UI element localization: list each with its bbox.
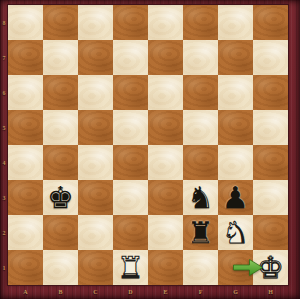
rank-label-7: 7 [0,40,8,75]
square-g6[interactable] [218,75,253,110]
rank-label-8: 8 [0,5,8,40]
square-e3[interactable] [148,180,183,215]
square-f1[interactable] [183,250,218,285]
square-b6[interactable] [43,75,78,110]
square-c3[interactable] [78,180,113,215]
square-c6[interactable] [78,75,113,110]
file-label-c: C [78,285,113,299]
square-e2[interactable] [148,215,183,250]
square-c8[interactable] [78,5,113,40]
square-d4[interactable] [113,145,148,180]
square-g2[interactable]: ♞ [218,215,253,250]
black-knight[interactable]: ♞ [183,180,218,215]
square-b7[interactable] [43,40,78,75]
square-b1[interactable] [43,250,78,285]
square-c1[interactable] [78,250,113,285]
square-a2[interactable] [8,215,43,250]
square-h3[interactable] [253,180,288,215]
square-d3[interactable] [113,180,148,215]
square-e7[interactable] [148,40,183,75]
rank-coordinates: 87654321 [0,5,8,285]
square-e4[interactable] [148,145,183,180]
square-h7[interactable] [253,40,288,75]
square-h6[interactable] [253,75,288,110]
black-rook[interactable]: ♜ [183,215,218,250]
square-f6[interactable] [183,75,218,110]
square-c5[interactable] [78,110,113,145]
rank-label-3: 3 [0,180,8,215]
square-c7[interactable] [78,40,113,75]
file-label-f: F [183,285,218,299]
file-label-h: H [253,285,288,299]
black-pawn[interactable]: ♟ [218,180,253,215]
rank-label-2: 2 [0,215,8,250]
file-label-a: A [8,285,43,299]
square-f3[interactable]: ♞ [183,180,218,215]
square-f5[interactable] [183,110,218,145]
square-f8[interactable] [183,5,218,40]
square-h8[interactable] [253,5,288,40]
square-b5[interactable] [43,110,78,145]
board: ♚♞♟♜♞♜♚ [8,5,288,285]
square-h1[interactable]: ♚ [253,250,288,285]
square-d2[interactable] [113,215,148,250]
white-rook[interactable]: ♜ [113,250,148,285]
square-c4[interactable] [78,145,113,180]
square-d5[interactable] [113,110,148,145]
square-e1[interactable] [148,250,183,285]
square-g8[interactable] [218,5,253,40]
black-king[interactable]: ♚ [43,180,78,215]
rank-label-1: 1 [0,250,8,285]
square-b4[interactable] [43,145,78,180]
square-a3[interactable] [8,180,43,215]
square-g5[interactable] [218,110,253,145]
rank-label-5: 5 [0,110,8,145]
square-a5[interactable] [8,110,43,145]
square-a4[interactable] [8,145,43,180]
white-king[interactable]: ♚ [253,250,288,285]
file-label-e: E [148,285,183,299]
square-g4[interactable] [218,145,253,180]
square-c2[interactable] [78,215,113,250]
white-knight[interactable]: ♞ [218,215,253,250]
square-d1[interactable]: ♜ [113,250,148,285]
square-b3[interactable]: ♚ [43,180,78,215]
chess-board-frame: ♚♞♟♜♞♜♚ 87654321 ABCDEFGH [0,0,300,299]
square-h4[interactable] [253,145,288,180]
square-d6[interactable] [113,75,148,110]
square-e6[interactable] [148,75,183,110]
rank-label-6: 6 [0,75,8,110]
square-e8[interactable] [148,5,183,40]
file-coordinates: ABCDEFGH [8,285,288,299]
square-a6[interactable] [8,75,43,110]
square-a1[interactable] [8,250,43,285]
square-g1[interactable] [218,250,253,285]
square-a8[interactable] [8,5,43,40]
file-label-g: G [218,285,253,299]
file-label-b: B [43,285,78,299]
square-e5[interactable] [148,110,183,145]
square-b8[interactable] [43,5,78,40]
square-d8[interactable] [113,5,148,40]
file-label-d: D [113,285,148,299]
square-f7[interactable] [183,40,218,75]
square-h2[interactable] [253,215,288,250]
rank-label-4: 4 [0,145,8,180]
square-f2[interactable]: ♜ [183,215,218,250]
square-g7[interactable] [218,40,253,75]
square-h5[interactable] [253,110,288,145]
square-f4[interactable] [183,145,218,180]
square-a7[interactable] [8,40,43,75]
square-b2[interactable] [43,215,78,250]
square-d7[interactable] [113,40,148,75]
square-g3[interactable]: ♟ [218,180,253,215]
